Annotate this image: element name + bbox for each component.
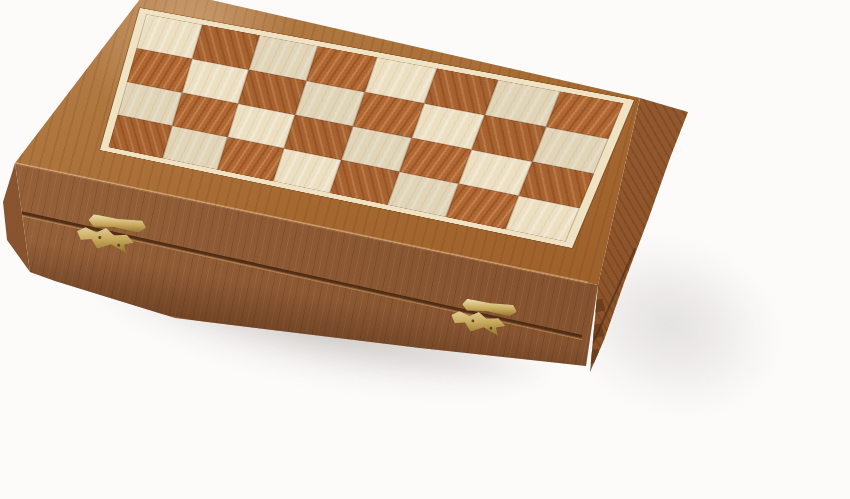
clasp-hasp-bar [461, 298, 517, 317]
clasp-hasp-bar [88, 214, 147, 234]
product-photo-scene [0, 0, 850, 499]
